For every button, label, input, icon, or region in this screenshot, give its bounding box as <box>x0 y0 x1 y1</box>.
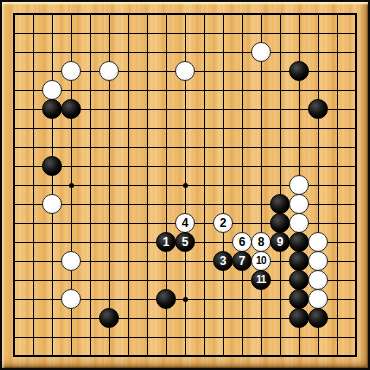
white-stone-move-8[interactable]: 8 <box>251 232 271 252</box>
star-point <box>69 183 74 188</box>
white-stone[interactable] <box>251 42 271 62</box>
white-stone[interactable] <box>289 194 309 214</box>
white-stone[interactable] <box>175 61 195 81</box>
black-stone-move-11[interactable]: 11 <box>251 270 271 290</box>
move-number-label: 4 <box>182 217 189 229</box>
white-stone[interactable] <box>61 289 81 309</box>
black-stone[interactable] <box>270 213 290 233</box>
go-board[interactable]: 4215689371011 <box>0 0 370 370</box>
move-number-label: 7 <box>239 255 246 267</box>
white-stone[interactable] <box>42 80 62 100</box>
white-stone-move-2[interactable]: 2 <box>213 213 233 233</box>
grid-line-vertical <box>223 13 224 357</box>
move-number-label: 3 <box>220 255 227 267</box>
white-stone[interactable] <box>289 213 309 233</box>
grid-line-horizontal <box>13 355 357 357</box>
black-stone[interactable] <box>289 270 309 290</box>
move-number-label: 9 <box>277 236 284 248</box>
star-point <box>183 183 188 188</box>
grid-line-vertical <box>204 13 205 357</box>
grid-line-vertical <box>261 13 262 357</box>
black-stone-move-5[interactable]: 5 <box>175 232 195 252</box>
black-stone[interactable] <box>289 308 309 328</box>
move-number-label: 6 <box>239 236 246 248</box>
white-stone[interactable] <box>308 270 328 290</box>
white-stone[interactable] <box>308 232 328 252</box>
black-stone[interactable] <box>289 289 309 309</box>
white-stone[interactable] <box>308 251 328 271</box>
grid-line-vertical <box>355 13 357 357</box>
black-stone-move-3[interactable]: 3 <box>213 251 233 271</box>
black-stone[interactable] <box>42 99 62 119</box>
black-stone[interactable] <box>156 289 176 309</box>
white-stone[interactable] <box>42 194 62 214</box>
black-stone[interactable] <box>308 99 328 119</box>
move-number-label: 1 <box>163 236 170 248</box>
move-number-label: 10 <box>256 256 266 266</box>
black-stone[interactable] <box>289 232 309 252</box>
black-stone-move-9[interactable]: 9 <box>270 232 290 252</box>
white-stone[interactable] <box>61 61 81 81</box>
move-number-label: 5 <box>182 236 189 248</box>
white-stone[interactable] <box>99 61 119 81</box>
grid-line-vertical <box>242 13 243 357</box>
white-stone-move-10[interactable]: 10 <box>251 251 271 271</box>
grid-line-horizontal <box>13 337 357 338</box>
white-stone[interactable] <box>308 289 328 309</box>
black-stone[interactable] <box>42 156 62 176</box>
move-number-label: 2 <box>220 217 227 229</box>
move-number-label: 8 <box>258 236 265 248</box>
black-stone-move-1[interactable]: 1 <box>156 232 176 252</box>
white-stone-move-4[interactable]: 4 <box>175 213 195 233</box>
white-stone[interactable] <box>61 251 81 271</box>
black-stone[interactable] <box>61 99 81 119</box>
move-number-label: 11 <box>256 275 266 285</box>
black-stone[interactable] <box>289 251 309 271</box>
white-stone-move-6[interactable]: 6 <box>232 232 252 252</box>
black-stone-move-7[interactable]: 7 <box>232 251 252 271</box>
white-stone[interactable] <box>289 175 309 195</box>
black-stone[interactable] <box>99 308 119 328</box>
black-stone[interactable] <box>289 61 309 81</box>
black-stone[interactable] <box>308 308 328 328</box>
black-stone[interactable] <box>270 194 290 214</box>
grid-line-vertical <box>280 13 281 357</box>
star-point <box>183 297 188 302</box>
grid-line-vertical <box>337 13 338 357</box>
